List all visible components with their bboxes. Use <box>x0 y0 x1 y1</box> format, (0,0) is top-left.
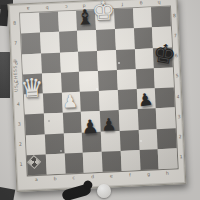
rank-label: 2 <box>16 134 25 155</box>
square-a7[interactable] <box>21 33 41 54</box>
square-c1[interactable] <box>64 152 84 173</box>
square-c6[interactable] <box>59 51 79 72</box>
square-g1[interactable] <box>139 149 159 170</box>
square-a3[interactable] <box>25 114 45 135</box>
square-h8[interactable] <box>151 6 171 27</box>
piece-white-queen[interactable]: ♛ <box>20 75 45 102</box>
piece-white-pawn[interactable]: ♟ <box>62 93 78 111</box>
square-d7[interactable] <box>77 30 97 51</box>
square-f7[interactable] <box>115 28 135 49</box>
square-h2[interactable] <box>157 128 177 149</box>
square-d1[interactable] <box>83 152 103 173</box>
file-label: f <box>112 1 131 7</box>
square-f6[interactable] <box>116 49 136 70</box>
piece-black-pawn[interactable]: ♟ <box>81 116 99 136</box>
square-b2[interactable] <box>45 133 65 154</box>
square-c5[interactable] <box>60 72 80 93</box>
square-f4[interactable] <box>118 89 138 110</box>
chess-board: abcdefgh abcdefgh 87654321 87654321 US C… <box>8 0 187 192</box>
background-shadow <box>0 52 10 98</box>
square-e1[interactable] <box>102 151 122 172</box>
square-e6[interactable] <box>97 50 117 71</box>
rank-label: 3 <box>175 106 184 127</box>
square-b1[interactable] <box>46 153 66 174</box>
square-f2[interactable] <box>119 130 139 151</box>
file-label: b <box>46 176 65 182</box>
square-b6[interactable] <box>41 52 61 73</box>
file-label: g <box>139 171 158 177</box>
piece-black-pawn[interactable]: ♟ <box>136 91 154 110</box>
square-b3[interactable] <box>44 113 64 134</box>
square-h3[interactable] <box>156 108 176 129</box>
square-c7[interactable] <box>59 31 79 52</box>
square-d5[interactable] <box>79 71 99 92</box>
square-e4[interactable] <box>99 90 119 111</box>
file-label: e <box>102 173 121 179</box>
square-a8[interactable] <box>20 13 40 34</box>
square-g7[interactable] <box>133 28 153 49</box>
white-piece-top <box>97 184 111 198</box>
square-b5[interactable] <box>42 72 62 93</box>
square-a6[interactable] <box>22 53 42 74</box>
piece-white-king[interactable]: ♚ <box>91 0 116 24</box>
rank-label: 7 <box>11 33 20 54</box>
square-e5[interactable] <box>98 70 118 91</box>
square-c8[interactable] <box>58 11 78 32</box>
piece-black-pawn[interactable]: ♟ <box>101 116 117 134</box>
square-b4[interactable] <box>43 93 63 114</box>
square-f1[interactable] <box>120 150 140 171</box>
rank-label: 8 <box>170 5 179 26</box>
square-h1[interactable] <box>158 148 178 169</box>
rank-label: 1 <box>17 154 26 175</box>
file-label: c <box>56 3 75 9</box>
rank-label: 1 <box>177 147 186 168</box>
file-label: h <box>158 170 177 176</box>
file-label: f <box>120 172 139 178</box>
square-d4[interactable] <box>80 91 100 112</box>
square-c3[interactable] <box>62 112 82 133</box>
file-label: a <box>19 5 38 11</box>
piece-black-king[interactable]: ♚ <box>150 39 177 68</box>
rank-label: 5 <box>173 66 182 87</box>
file-label: d <box>83 174 102 180</box>
square-f8[interactable] <box>114 8 134 29</box>
rank-label: 8 <box>10 13 19 34</box>
rank-label: 3 <box>15 114 24 135</box>
rank-label: 2 <box>176 126 185 147</box>
file-label: a <box>27 177 46 183</box>
photo-background: abcdefgh abcdefgh 87654321 87654321 US C… <box>0 0 200 200</box>
square-h4[interactable] <box>155 87 175 108</box>
background-shadow <box>0 187 15 200</box>
square-e7[interactable] <box>96 29 116 50</box>
square-a2[interactable] <box>26 134 46 155</box>
square-f5[interactable] <box>117 69 137 90</box>
square-g2[interactable] <box>138 129 158 150</box>
square-g3[interactable] <box>137 108 157 129</box>
file-label: g <box>131 0 150 6</box>
square-g5[interactable] <box>135 68 155 89</box>
file-label: h <box>150 0 169 5</box>
square-g8[interactable] <box>132 7 152 28</box>
square-c2[interactable] <box>63 132 83 153</box>
square-b7[interactable] <box>40 32 60 53</box>
square-d6[interactable] <box>78 50 98 71</box>
square-f3[interactable] <box>119 109 139 130</box>
rank-label: 4 <box>174 86 183 107</box>
file-label: c <box>64 175 83 181</box>
file-label: b <box>38 4 57 10</box>
square-b8[interactable] <box>39 12 59 33</box>
